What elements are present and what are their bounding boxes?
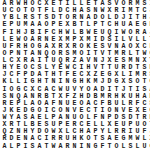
grid-cell[interactable]: O (78, 114, 85, 121)
grid-cell[interactable]: A (29, 114, 36, 121)
grid-cell[interactable]: O (1, 50, 8, 57)
grid-cell[interactable]: U (71, 114, 78, 121)
grid-cell[interactable]: A (36, 71, 43, 78)
grid-cell[interactable]: X (57, 128, 64, 135)
grid-cell[interactable]: I (134, 86, 141, 93)
grid-cell[interactable]: X (1, 121, 8, 128)
grid-cell[interactable]: I (43, 107, 50, 114)
grid-cell[interactable]: A (85, 14, 92, 21)
grid-cell[interactable]: O (148, 50, 150, 57)
grid-cell[interactable]: L (1, 36, 8, 43)
grid-cell[interactable]: W (85, 29, 92, 36)
grid-cell[interactable]: T (134, 14, 141, 21)
grid-cell[interactable]: L (141, 135, 148, 142)
grid-cell[interactable]: N (134, 57, 141, 64)
grid-cell[interactable]: L (120, 143, 127, 150)
grid-cell[interactable]: D (106, 78, 113, 85)
grid-cell[interactable]: I (36, 57, 43, 64)
grid-cell[interactable]: S (127, 78, 134, 85)
grid-cell[interactable]: F (50, 100, 57, 107)
grid-cell[interactable]: C (85, 107, 92, 114)
grid-cell[interactable]: O (85, 135, 92, 142)
grid-cell[interactable]: T (57, 0, 64, 7)
grid-cell[interactable]: E (50, 0, 57, 7)
grid-cell[interactable]: O (113, 143, 120, 150)
grid-cell[interactable]: C (29, 64, 36, 71)
grid-cell[interactable]: S (22, 114, 29, 121)
grid-cell[interactable]: L (120, 36, 127, 43)
grid-cell[interactable]: M (127, 57, 134, 64)
grid-cell[interactable]: R (57, 50, 64, 57)
grid-cell[interactable]: N (57, 100, 64, 107)
grid-cell[interactable]: C (50, 107, 57, 114)
grid-cell[interactable]: K (85, 78, 92, 85)
grid-cell[interactable]: C (71, 128, 78, 135)
grid-cell[interactable]: H (113, 93, 120, 100)
grid-cell[interactable]: L (1, 57, 8, 64)
grid-cell[interactable]: H (22, 0, 29, 7)
grid-cell[interactable]: O (29, 0, 36, 7)
grid-cell[interactable]: I (127, 128, 134, 135)
grid-cell[interactable]: V (71, 107, 78, 114)
grid-cell[interactable]: N (78, 14, 85, 21)
grid-cell[interactable]: W (57, 86, 64, 93)
grid-cell[interactable]: R (113, 128, 120, 135)
grid-cell[interactable]: N (29, 93, 36, 100)
grid-cell[interactable]: G (15, 86, 22, 93)
grid-cell[interactable]: S (99, 43, 106, 50)
grid-cell[interactable]: Q (57, 57, 64, 64)
grid-cell[interactable]: X (106, 57, 113, 64)
grid-cell[interactable]: L (22, 121, 29, 128)
grid-cell[interactable]: T (106, 50, 113, 57)
grid-cell[interactable]: V (92, 64, 99, 71)
grid-cell[interactable]: R (22, 57, 29, 64)
grid-cell[interactable]: E (57, 21, 64, 28)
grid-cell[interactable]: A (141, 29, 148, 36)
grid-cell[interactable]: G (148, 107, 150, 114)
grid-cell[interactable]: X (64, 43, 71, 50)
grid-cell[interactable]: T (134, 50, 141, 57)
grid-cell[interactable]: J (148, 14, 150, 21)
grid-cell[interactable]: P (8, 21, 15, 28)
grid-cell[interactable]: K (78, 135, 85, 142)
grid-cell[interactable]: E (15, 135, 22, 142)
grid-cell[interactable]: R (120, 128, 127, 135)
grid-cell[interactable]: R (22, 14, 29, 21)
grid-cell[interactable]: P (8, 50, 15, 57)
grid-cell[interactable]: E (113, 135, 120, 142)
grid-cell[interactable]: S (1, 93, 8, 100)
grid-cell[interactable]: P (50, 114, 57, 121)
grid-cell[interactable]: M (127, 7, 134, 14)
grid-cell[interactable]: J (148, 128, 150, 135)
grid-cell[interactable]: A (78, 7, 85, 14)
grid-cell[interactable]: I (36, 29, 43, 36)
grid-cell[interactable]: A (29, 21, 36, 28)
grid-cell[interactable]: O (29, 43, 36, 50)
grid-cell[interactable]: L (64, 128, 71, 135)
grid-cell[interactable]: Y (99, 128, 106, 135)
grid-cell[interactable]: A (106, 135, 113, 142)
grid-cell[interactable]: P (127, 121, 134, 128)
grid-cell[interactable]: C (22, 86, 29, 93)
grid-cell[interactable]: W (15, 0, 22, 7)
grid-cell[interactable]: T (43, 78, 50, 85)
grid-cell[interactable]: U (64, 100, 71, 107)
grid-cell[interactable]: N (64, 114, 71, 121)
grid-cell[interactable]: N (85, 143, 92, 150)
grid-cell[interactable]: H (141, 14, 148, 21)
grid-cell[interactable]: N (15, 50, 22, 57)
grid-cell[interactable]: U (113, 100, 120, 107)
grid-cell[interactable]: R (71, 43, 78, 50)
grid-cell[interactable]: T (43, 143, 50, 150)
grid-cell[interactable]: R (15, 43, 22, 50)
grid-cell[interactable]: A (22, 93, 29, 100)
grid-cell[interactable]: O (8, 86, 15, 93)
grid-cell[interactable]: N (71, 143, 78, 150)
grid-cell[interactable]: L (99, 121, 106, 128)
grid-cell[interactable]: A (57, 143, 64, 150)
grid-cell[interactable]: O (22, 36, 29, 43)
grid-cell[interactable]: F (8, 43, 15, 50)
grid-cell[interactable]: O (36, 107, 43, 114)
grid-cell[interactable]: L (15, 78, 22, 85)
grid-cell[interactable]: T (99, 64, 106, 71)
grid-cell[interactable]: S (29, 14, 36, 21)
grid-cell[interactable]: C (64, 7, 71, 14)
grid-cell[interactable]: T (127, 86, 134, 93)
grid-cell[interactable]: E (50, 36, 57, 43)
grid-cell[interactable]: C (8, 7, 15, 14)
grid-cell[interactable]: R (113, 7, 120, 14)
grid-cell[interactable]: K (1, 78, 8, 85)
grid-cell[interactable]: L (71, 0, 78, 7)
grid-cell[interactable]: R (36, 93, 43, 100)
grid-cell[interactable]: V (127, 36, 134, 43)
grid-cell[interactable]: S (141, 86, 148, 93)
grid-cell[interactable]: R (64, 143, 71, 150)
grid-cell[interactable]: O (120, 0, 127, 7)
grid-cell[interactable]: W (141, 50, 148, 57)
grid-cell[interactable]: O (43, 128, 50, 135)
grid-cell[interactable]: S (148, 71, 150, 78)
grid-cell[interactable]: E (141, 107, 148, 114)
grid-cell[interactable]: T (92, 50, 99, 57)
grid-cell[interactable]: G (92, 143, 99, 150)
grid-cell[interactable]: D (57, 7, 64, 14)
grid-cell[interactable]: Z (71, 57, 78, 64)
grid-cell[interactable]: X (50, 43, 57, 50)
grid-cell[interactable]: U (50, 121, 57, 128)
grid-cell[interactable]: A (148, 86, 150, 93)
grid-cell[interactable]: J (99, 57, 106, 64)
grid-cell[interactable]: P (92, 128, 99, 135)
grid-cell[interactable]: L (71, 29, 78, 36)
grid-cell[interactable]: P (57, 121, 64, 128)
grid-cell[interactable]: E (57, 64, 64, 71)
grid-cell[interactable]: A (92, 86, 99, 93)
grid-cell[interactable]: I (113, 29, 120, 36)
grid-cell[interactable]: O (15, 7, 22, 14)
grid-cell[interactable]: I (113, 36, 120, 43)
grid-cell[interactable]: B (92, 93, 99, 100)
grid-cell[interactable]: T (148, 36, 150, 43)
grid-cell[interactable]: R (127, 0, 134, 7)
grid-cell[interactable]: J (22, 29, 29, 36)
grid-cell[interactable]: R (148, 93, 150, 100)
grid-cell[interactable]: B (29, 121, 36, 128)
grid-cell[interactable]: O (85, 86, 92, 93)
grid-cell[interactable]: A (127, 21, 134, 28)
grid-cell[interactable]: X (106, 7, 113, 14)
grid-cell[interactable]: H (71, 135, 78, 142)
grid-cell[interactable]: T (92, 135, 99, 142)
grid-cell[interactable]: W (134, 135, 141, 142)
grid-cell[interactable]: O (50, 50, 57, 57)
grid-cell[interactable]: J (148, 29, 150, 36)
grid-cell[interactable]: A (57, 114, 64, 121)
grid-cell[interactable]: L (85, 21, 92, 28)
grid-cell[interactable]: X (148, 135, 150, 142)
grid-cell[interactable]: E (127, 107, 134, 114)
grid-cell[interactable]: A (29, 36, 36, 43)
grid-cell[interactable]: I (64, 0, 71, 7)
grid-cell[interactable]: O (78, 50, 85, 57)
grid-cell[interactable]: E (64, 121, 71, 128)
grid-cell[interactable]: H (22, 43, 29, 50)
grid-cell[interactable]: U (1, 43, 8, 50)
grid-cell[interactable]: T (22, 50, 29, 57)
grid-cell[interactable]: J (99, 78, 106, 85)
grid-cell[interactable]: G (113, 78, 120, 85)
grid-cell[interactable]: N (113, 43, 120, 50)
grid-cell[interactable]: K (120, 93, 127, 100)
grid-cell[interactable]: M (113, 50, 120, 57)
grid-cell[interactable]: E (36, 121, 43, 128)
grid-cell[interactable]: G (29, 107, 36, 114)
grid-cell[interactable]: T (141, 78, 148, 85)
grid-cell[interactable]: B (43, 93, 50, 100)
grid-cell[interactable]: Y (29, 128, 36, 135)
grid-cell[interactable]: D (99, 86, 106, 93)
grid-cell[interactable]: R (148, 114, 150, 121)
grid-cell[interactable]: U (134, 121, 141, 128)
grid-cell[interactable]: T (148, 121, 150, 128)
grid-cell[interactable]: H (22, 128, 29, 135)
grid-cell[interactable]: T (134, 64, 141, 71)
grid-cell[interactable]: C (50, 86, 57, 93)
grid-cell[interactable]: X (29, 86, 36, 93)
grid-cell[interactable]: X (134, 43, 141, 50)
grid-cell[interactable]: V (106, 43, 113, 50)
grid-cell[interactable]: E (92, 29, 99, 36)
grid-cell[interactable]: O (64, 14, 71, 21)
grid-cell[interactable]: J (1, 107, 8, 114)
grid-cell[interactable]: M (134, 71, 141, 78)
grid-cell[interactable]: L (134, 36, 141, 43)
grid-cell[interactable]: L (92, 121, 99, 128)
grid-cell[interactable]: A (29, 50, 36, 57)
grid-cell[interactable]: O (78, 43, 85, 50)
grid-cell[interactable]: F (1, 29, 8, 36)
grid-cell[interactable]: C (8, 57, 15, 64)
grid-cell[interactable]: B (78, 29, 85, 36)
grid-cell[interactable]: I (99, 107, 106, 114)
grid-cell[interactable]: F (148, 43, 150, 50)
grid-cell[interactable]: C (36, 135, 43, 142)
grid-cell[interactable]: E (92, 43, 99, 50)
grid-cell[interactable]: X (64, 21, 71, 28)
grid-cell[interactable]: A (43, 86, 50, 93)
grid-cell[interactable]: O (127, 29, 134, 36)
grid-cell[interactable]: O (36, 100, 43, 107)
grid-cell[interactable]: V (113, 0, 120, 7)
grid-cell[interactable]: E (85, 0, 92, 7)
grid-cell[interactable]: B (29, 29, 36, 36)
grid-cell[interactable]: T (92, 0, 99, 7)
grid-cell[interactable]: L (120, 71, 127, 78)
grid-cell[interactable]: D (113, 114, 120, 121)
grid-cell[interactable]: R (36, 36, 43, 43)
grid-cell[interactable]: I (22, 143, 29, 150)
grid-cell[interactable]: S (106, 36, 113, 43)
grid-cell[interactable]: Q (43, 50, 50, 57)
grid-cell[interactable]: T (36, 14, 43, 21)
grid-cell[interactable]: D (99, 36, 106, 43)
grid-cell[interactable]: U (99, 29, 106, 36)
grid-cell[interactable]: R (57, 43, 64, 50)
grid-cell[interactable]: I (127, 14, 134, 21)
grid-cell[interactable]: E (1, 21, 8, 28)
grid-cell[interactable]: N (92, 7, 99, 14)
grid-cell[interactable]: Y (8, 64, 15, 71)
grid-cell[interactable]: V (99, 50, 106, 57)
grid-cell[interactable]: H (36, 78, 43, 85)
grid-cell[interactable]: H (78, 128, 85, 135)
grid-cell[interactable]: O (134, 78, 141, 85)
grid-cell[interactable]: L (141, 36, 148, 43)
grid-cell[interactable]: I (106, 86, 113, 93)
grid-cell[interactable]: G (120, 135, 127, 142)
grid-cell[interactable]: X (113, 71, 120, 78)
grid-cell[interactable]: W (64, 29, 71, 36)
grid-cell[interactable]: N (99, 114, 106, 121)
grid-cell[interactable]: A (99, 0, 106, 7)
grid-cell[interactable]: V (120, 107, 127, 114)
grid-cell[interactable]: I (78, 143, 85, 150)
grid-cell[interactable]: N (36, 50, 43, 57)
grid-cell[interactable]: E (71, 100, 78, 107)
grid-cell[interactable]: D (50, 14, 57, 21)
grid-cell[interactable]: N (113, 107, 120, 114)
grid-cell[interactable]: B (106, 100, 113, 107)
grid-cell[interactable]: K (85, 43, 92, 50)
grid-cell[interactable]: L (120, 100, 127, 107)
grid-cell[interactable]: T (15, 121, 22, 128)
grid-cell[interactable]: T (36, 7, 43, 14)
grid-cell[interactable]: H (85, 64, 92, 71)
grid-cell[interactable]: S (85, 7, 92, 14)
grid-cell[interactable]: E (85, 121, 92, 128)
grid-cell[interactable]: E (15, 107, 22, 114)
grid-cell[interactable]: F (141, 128, 148, 135)
grid-cell[interactable]: R (71, 14, 78, 21)
grid-cell[interactable]: H (78, 93, 85, 100)
grid-cell[interactable]: Z (71, 93, 78, 100)
grid-cell[interactable]: R (127, 100, 134, 107)
grid-cell[interactable]: W (99, 7, 106, 14)
grid-cell[interactable]: A (120, 43, 127, 50)
grid-cell[interactable]: S (29, 143, 36, 150)
grid-cell[interactable]: C (106, 21, 113, 28)
grid-cell[interactable]: D (22, 107, 29, 114)
grid-cell[interactable]: T (22, 7, 29, 14)
grid-cell[interactable]: X (134, 107, 141, 114)
grid-cell[interactable]: C (78, 121, 85, 128)
grid-cell[interactable]: Q (15, 93, 22, 100)
grid-cell[interactable]: A (15, 114, 22, 121)
grid-cell[interactable]: I (57, 78, 64, 85)
grid-cell[interactable]: F (64, 71, 71, 78)
grid-cell[interactable]: W (64, 64, 71, 71)
grid-cell[interactable]: A (1, 143, 8, 150)
grid-cell[interactable]: C (71, 64, 78, 71)
grid-cell[interactable]: O (148, 78, 150, 85)
grid-cell[interactable]: O (43, 21, 50, 28)
grid-cell[interactable]: L (8, 143, 15, 150)
grid-cell[interactable]: I (8, 29, 15, 36)
grid-cell[interactable]: N (92, 57, 99, 64)
grid-cell[interactable]: D (113, 14, 120, 21)
grid-cell[interactable]: X (57, 36, 64, 43)
grid-cell[interactable]: X (43, 0, 50, 7)
grid-cell[interactable]: O (22, 64, 29, 71)
grid-cell[interactable]: L (15, 14, 22, 21)
grid-cell[interactable]: P (71, 36, 78, 43)
grid-cell[interactable]: C (78, 71, 85, 78)
grid-cell[interactable]: P (22, 71, 29, 78)
grid-cell[interactable]: Y (78, 86, 85, 93)
grid-cell[interactable]: L (127, 50, 134, 57)
grid-cell[interactable]: C (92, 100, 99, 107)
grid-cell[interactable]: W (50, 143, 57, 150)
grid-cell[interactable]: W (120, 29, 127, 36)
grid-cell[interactable]: A (43, 100, 50, 107)
grid-cell[interactable]: R (57, 135, 64, 142)
grid-cell[interactable]: T (134, 7, 141, 14)
grid-cell[interactable]: O (141, 121, 148, 128)
grid-cell[interactable]: U (120, 121, 127, 128)
grid-cell[interactable]: U (141, 143, 148, 150)
grid-cell[interactable]: M (64, 36, 71, 43)
grid-cell[interactable]: S (64, 50, 71, 57)
grid-cell[interactable]: G (71, 78, 78, 85)
grid-cell[interactable]: T (57, 71, 64, 78)
grid-cell[interactable]: Y (8, 114, 15, 121)
grid-cell[interactable]: S (120, 57, 127, 64)
grid-cell[interactable]: D (92, 14, 99, 21)
grid-cell[interactable]: D (29, 71, 36, 78)
grid-cell[interactable]: J (120, 14, 127, 21)
grid-cell[interactable]: M (99, 93, 106, 100)
grid-cell[interactable]: X (106, 121, 113, 128)
grid-cell[interactable]: N (50, 78, 57, 85)
grid-cell[interactable]: S (43, 121, 50, 128)
grid-cell[interactable]: E (15, 64, 22, 71)
grid-cell[interactable]: R (1, 100, 8, 107)
